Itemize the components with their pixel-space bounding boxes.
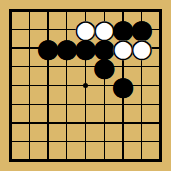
black-stone: ●○ (113, 76, 133, 96)
grid-line-horizontal-6 (11, 104, 161, 105)
go-board-diagram: ●○●○●○●○●○●○●○●○●○●○●○●○ (0, 0, 171, 171)
grid-line-horizontal-8 (11, 141, 161, 142)
white-stone-outline: ○ (132, 38, 152, 58)
go-board[interactable]: ●○●○●○●○●○●○●○●○●○●○●○●○ (9, 9, 162, 162)
star-point (83, 83, 88, 88)
black-stone-outline: ○ (113, 76, 133, 96)
grid-line-horizontal-7 (11, 122, 161, 123)
white-stone: ●○ (132, 38, 152, 58)
go-grid[interactable]: ●○●○●○●○●○●○●○●○●○●○●○●○ (11, 11, 161, 161)
